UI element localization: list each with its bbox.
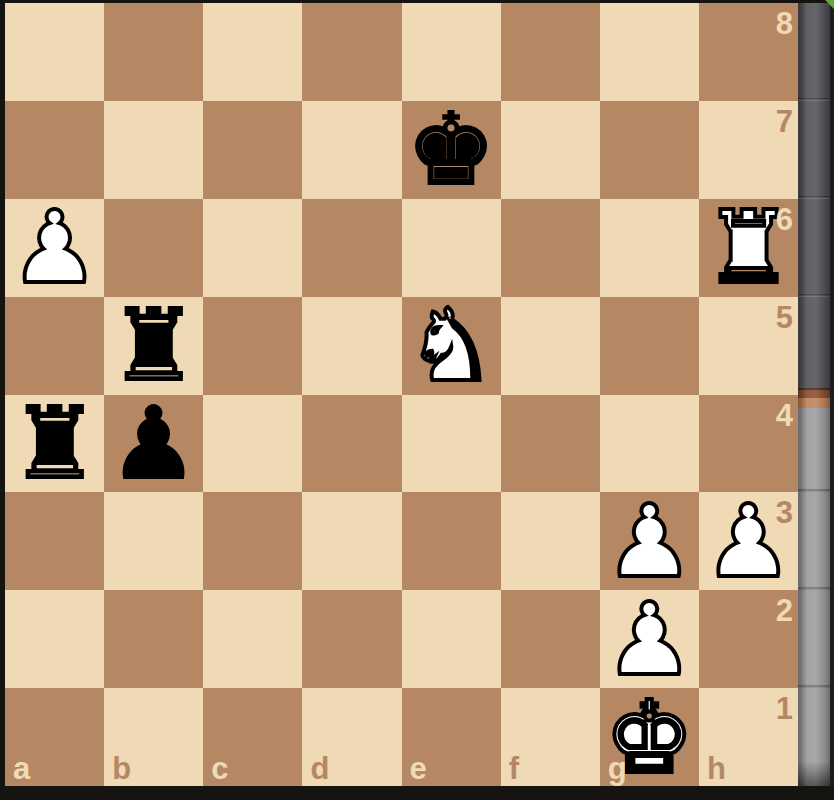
white-knight-piece[interactable]: ♞ (406, 297, 496, 394)
white-rook-piece[interactable]: ♜ (704, 199, 794, 296)
square-c6[interactable] (203, 199, 302, 297)
square-g2[interactable]: ♟ (600, 590, 699, 688)
square-c3[interactable] (203, 492, 302, 590)
square-h2[interactable]: 2 (699, 590, 798, 688)
square-f8[interactable] (501, 3, 600, 101)
square-h7[interactable]: 7 (699, 101, 798, 199)
square-a4[interactable]: ♜ (5, 395, 104, 493)
scrollbar-orange-marker-dark (798, 388, 830, 398)
square-h5[interactable]: 5 (699, 297, 798, 395)
square-b3[interactable] (104, 492, 203, 590)
chess-app-window: 8♚7♟♜6♜♞5♜♟4♟♟3♟2abcdef♚g1h (0, 0, 834, 800)
square-g5[interactable] (600, 297, 699, 395)
square-f2[interactable] (501, 590, 600, 688)
rank-label-5: 5 (776, 302, 793, 333)
square-f5[interactable] (501, 297, 600, 395)
scrollbar-thumb[interactable] (798, 408, 830, 788)
square-c2[interactable] (203, 590, 302, 688)
square-d1[interactable]: d (302, 688, 401, 786)
square-g7[interactable] (600, 101, 699, 199)
chess-board: 8♚7♟♜6♜♞5♜♟4♟♟3♟2abcdef♚g1h (5, 3, 798, 786)
square-h8[interactable]: 8 (699, 3, 798, 101)
square-e7[interactable]: ♚ (402, 101, 501, 199)
black-rook-piece[interactable]: ♜ (10, 395, 100, 492)
square-b4[interactable]: ♟ (104, 395, 203, 493)
board-frame-top (0, 0, 834, 3)
file-label-d: d (310, 753, 329, 784)
file-label-a: a (13, 753, 30, 784)
window-right-edge (830, 0, 834, 800)
square-c8[interactable] (203, 3, 302, 101)
square-c7[interactable] (203, 101, 302, 199)
scrollbar-segment-divider (798, 196, 830, 199)
square-f3[interactable] (501, 492, 600, 590)
square-e8[interactable] (402, 3, 501, 101)
square-b6[interactable] (104, 199, 203, 297)
square-f4[interactable] (501, 395, 600, 493)
square-h4[interactable]: 4 (699, 395, 798, 493)
green-corner-badge (825, 0, 834, 9)
square-f6[interactable] (501, 199, 600, 297)
rank-label-4: 4 (776, 400, 793, 431)
square-g6[interactable] (600, 199, 699, 297)
square-a7[interactable] (5, 101, 104, 199)
rank-label-1: 1 (776, 693, 793, 724)
file-label-e: e (410, 753, 427, 784)
rank-label-7: 7 (776, 106, 793, 137)
square-g3[interactable]: ♟ (600, 492, 699, 590)
square-d4[interactable] (302, 395, 401, 493)
scrollbar-segment-divider (798, 98, 830, 101)
square-d5[interactable] (302, 297, 401, 395)
square-c4[interactable] (203, 395, 302, 493)
square-e2[interactable] (402, 590, 501, 688)
square-d7[interactable] (302, 101, 401, 199)
square-c5[interactable] (203, 297, 302, 395)
square-a3[interactable] (5, 492, 104, 590)
scrollbar-segment-divider (798, 587, 830, 590)
square-d2[interactable] (302, 590, 401, 688)
square-a5[interactable] (5, 297, 104, 395)
square-f1[interactable]: f (501, 688, 600, 786)
scrollbar-segment-divider (798, 685, 830, 688)
square-b7[interactable] (104, 101, 203, 199)
square-h6[interactable]: ♜6 (699, 199, 798, 297)
square-f7[interactable] (501, 101, 600, 199)
scrollbar-segment-divider (798, 294, 830, 297)
square-a6[interactable]: ♟ (5, 199, 104, 297)
file-label-c: c (211, 753, 228, 784)
square-d3[interactable] (302, 492, 401, 590)
rank-label-2: 2 (776, 595, 793, 626)
file-label-b: b (112, 753, 131, 784)
square-e4[interactable] (402, 395, 501, 493)
square-b5[interactable]: ♜ (104, 297, 203, 395)
square-e5[interactable]: ♞ (402, 297, 501, 395)
square-g1[interactable]: ♚g (600, 688, 699, 786)
white-pawn-piece[interactable]: ♟ (10, 199, 100, 296)
scrollbar-track[interactable] (798, 0, 830, 388)
board-frame-bottom (0, 786, 834, 800)
scrollbar-orange-marker-light (798, 398, 830, 408)
black-pawn-piece[interactable]: ♟ (109, 395, 199, 492)
black-rook-piece[interactable]: ♜ (109, 297, 199, 394)
black-king-piece[interactable]: ♚ (406, 101, 496, 198)
file-label-f: f (509, 753, 519, 784)
square-a8[interactable] (5, 3, 104, 101)
square-e3[interactable] (402, 492, 501, 590)
scrollbar[interactable] (798, 0, 830, 800)
square-h1[interactable]: 1h (699, 688, 798, 786)
white-pawn-piece[interactable]: ♟ (604, 493, 694, 590)
square-g4[interactable] (600, 395, 699, 493)
board-frame-left (0, 0, 5, 800)
square-e6[interactable] (402, 199, 501, 297)
square-a1[interactable]: a (5, 688, 104, 786)
square-b1[interactable]: b (104, 688, 203, 786)
square-c1[interactable]: c (203, 688, 302, 786)
square-e1[interactable]: e (402, 688, 501, 786)
square-b8[interactable] (104, 3, 203, 101)
scrollbar-segment-divider (798, 489, 830, 492)
square-g8[interactable] (600, 3, 699, 101)
square-a2[interactable] (5, 590, 104, 688)
white-pawn-piece[interactable]: ♟ (704, 493, 794, 590)
white-king-piece[interactable]: ♚ (604, 689, 694, 786)
white-pawn-piece[interactable]: ♟ (604, 591, 694, 688)
square-d8[interactable] (302, 3, 401, 101)
file-label-h: h (707, 753, 726, 784)
rank-label-8: 8 (776, 8, 793, 39)
square-h3[interactable]: ♟3 (699, 492, 798, 590)
scrollbar-orange-marker (798, 388, 830, 408)
square-d6[interactable] (302, 199, 401, 297)
square-b2[interactable] (104, 590, 203, 688)
